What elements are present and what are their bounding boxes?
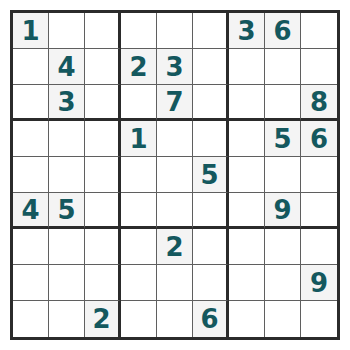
cell-r7c4[interactable] bbox=[121, 229, 157, 265]
cell-r3c6[interactable] bbox=[193, 85, 229, 121]
cell-r5c8[interactable] bbox=[265, 157, 301, 193]
cell-r4c7[interactable] bbox=[229, 121, 265, 157]
cell-r4c9: 6 bbox=[301, 121, 337, 157]
cell-r5c7[interactable] bbox=[229, 157, 265, 193]
cell-r1c9[interactable] bbox=[301, 13, 337, 49]
cell-r5c3[interactable] bbox=[85, 157, 121, 193]
cell-r1c1: 1 bbox=[13, 13, 49, 49]
cell-r9c8[interactable] bbox=[265, 301, 301, 337]
cell-r2c8[interactable] bbox=[265, 49, 301, 85]
cell-r9c7[interactable] bbox=[229, 301, 265, 337]
cell-r6c2: 5 bbox=[49, 193, 85, 229]
cell-r2c1[interactable] bbox=[13, 49, 49, 85]
cell-r2c4: 2 bbox=[121, 49, 157, 85]
cell-r9c4[interactable] bbox=[121, 301, 157, 337]
cell-r8c3[interactable] bbox=[85, 265, 121, 301]
cell-r9c1[interactable] bbox=[13, 301, 49, 337]
cell-r2c3[interactable] bbox=[85, 49, 121, 85]
cell-r2c2: 4 bbox=[49, 49, 85, 85]
cell-r3c9: 8 bbox=[301, 85, 337, 121]
cell-r9c3: 2 bbox=[85, 301, 121, 337]
cell-r5c6: 5 bbox=[193, 157, 229, 193]
cell-r6c8: 9 bbox=[265, 193, 301, 229]
cell-r3c4[interactable] bbox=[121, 85, 157, 121]
cell-r1c8: 6 bbox=[265, 13, 301, 49]
cell-r6c9[interactable] bbox=[301, 193, 337, 229]
cell-r3c5: 7 bbox=[157, 85, 193, 121]
cell-r4c1[interactable] bbox=[13, 121, 49, 157]
cell-r3c3[interactable] bbox=[85, 85, 121, 121]
cell-r5c9[interactable] bbox=[301, 157, 337, 193]
cell-r4c8: 5 bbox=[265, 121, 301, 157]
cell-r1c3[interactable] bbox=[85, 13, 121, 49]
cell-r7c5: 2 bbox=[157, 229, 193, 265]
cell-r1c6[interactable] bbox=[193, 13, 229, 49]
cell-r2c7[interactable] bbox=[229, 49, 265, 85]
cell-r9c5[interactable] bbox=[157, 301, 193, 337]
cell-r4c3[interactable] bbox=[85, 121, 121, 157]
cell-r7c6[interactable] bbox=[193, 229, 229, 265]
cell-r1c5[interactable] bbox=[157, 13, 193, 49]
cell-r2c9[interactable] bbox=[301, 49, 337, 85]
cell-r2c5: 3 bbox=[157, 49, 193, 85]
cell-r9c9[interactable] bbox=[301, 301, 337, 337]
cell-r3c8[interactable] bbox=[265, 85, 301, 121]
cell-r5c5[interactable] bbox=[157, 157, 193, 193]
sudoku-board: 13642337815654592926 bbox=[10, 10, 340, 340]
cell-r1c7: 3 bbox=[229, 13, 265, 49]
cell-r1c4[interactable] bbox=[121, 13, 157, 49]
cell-r8c4[interactable] bbox=[121, 265, 157, 301]
cell-r6c6[interactable] bbox=[193, 193, 229, 229]
cell-r8c2[interactable] bbox=[49, 265, 85, 301]
cell-r4c6[interactable] bbox=[193, 121, 229, 157]
sudoku-page: 13642337815654592926 bbox=[0, 0, 350, 350]
cell-r7c1[interactable] bbox=[13, 229, 49, 265]
cell-r8c5[interactable] bbox=[157, 265, 193, 301]
cell-r3c7[interactable] bbox=[229, 85, 265, 121]
cell-r6c7[interactable] bbox=[229, 193, 265, 229]
cell-r6c4[interactable] bbox=[121, 193, 157, 229]
cell-r5c4[interactable] bbox=[121, 157, 157, 193]
cell-r8c6[interactable] bbox=[193, 265, 229, 301]
cell-r6c3[interactable] bbox=[85, 193, 121, 229]
cell-r6c5[interactable] bbox=[157, 193, 193, 229]
cell-r1c2[interactable] bbox=[49, 13, 85, 49]
cell-r8c8[interactable] bbox=[265, 265, 301, 301]
cell-r8c1[interactable] bbox=[13, 265, 49, 301]
cell-r5c1[interactable] bbox=[13, 157, 49, 193]
cell-r3c2: 3 bbox=[49, 85, 85, 121]
cell-r7c3[interactable] bbox=[85, 229, 121, 265]
cell-r7c7[interactable] bbox=[229, 229, 265, 265]
cell-r2c6[interactable] bbox=[193, 49, 229, 85]
cell-r6c1: 4 bbox=[13, 193, 49, 229]
cell-r3c1[interactable] bbox=[13, 85, 49, 121]
cell-r4c2[interactable] bbox=[49, 121, 85, 157]
cell-r9c2[interactable] bbox=[49, 301, 85, 337]
cell-r9c6: 6 bbox=[193, 301, 229, 337]
cell-r4c4: 1 bbox=[121, 121, 157, 157]
cell-r8c7[interactable] bbox=[229, 265, 265, 301]
cell-r7c9[interactable] bbox=[301, 229, 337, 265]
cell-r4c5[interactable] bbox=[157, 121, 193, 157]
cell-r7c2[interactable] bbox=[49, 229, 85, 265]
cell-r7c8[interactable] bbox=[265, 229, 301, 265]
cell-r5c2[interactable] bbox=[49, 157, 85, 193]
cell-r8c9: 9 bbox=[301, 265, 337, 301]
